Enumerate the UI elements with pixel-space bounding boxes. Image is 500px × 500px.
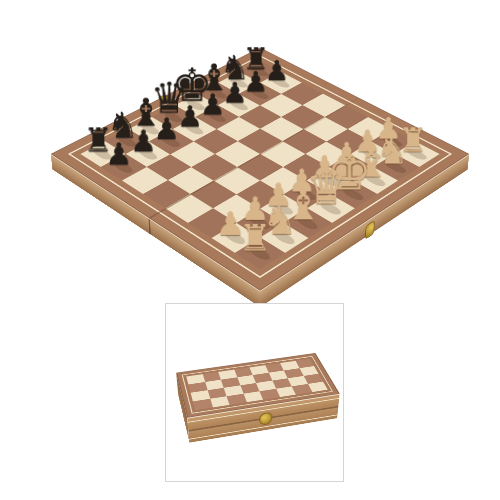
box-brass-latch-icon <box>259 412 272 426</box>
chess-board-squares: ♜♟♟♜♞♟♟♞♝♟♟♝♚♟♟♚♛♟♟♛♝♟♟♝♞♟♟♞♜♟♟♜ <box>80 61 439 269</box>
page: { "game": "chess", "position": "rnbqkbnr… <box>0 0 500 500</box>
square-c6 <box>170 141 215 167</box>
folded-box <box>176 353 340 418</box>
product-thumbnail-folded-box[interactable] <box>165 303 344 482</box>
black-pawn: ♟ <box>88 139 149 169</box>
square-a1: ♜ <box>235 238 285 269</box>
white-rook: ♜ <box>222 220 288 256</box>
brass-latch-icon <box>365 220 375 240</box>
folded-box-scene <box>166 304 343 481</box>
board-surface: ♜♟♟♜♞♟♟♞♝♟♟♝♚♟♟♚♛♟♟♛♝♟♟♝♞♟♟♞♜♟♟♜ <box>51 47 470 290</box>
chess-board: ♜♟♟♜♞♟♟♞♝♟♟♝♚♟♟♚♛♟♟♛♝♟♟♝♞♟♟♞♜♟♟♜ <box>51 47 470 290</box>
product-photo-main[interactable]: ♜♟♟♜♞♟♟♞♝♟♟♝♚♟♟♚♛♟♟♛♝♟♟♝♞♟♟♞♜♟♟♜ <box>60 18 460 303</box>
